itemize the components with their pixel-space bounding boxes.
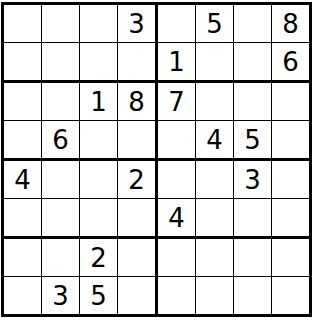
cell-r1c4: 3 — [118, 5, 158, 43]
cell-r5c5[interactable] — [158, 161, 196, 199]
cell-r6c3[interactable] — [80, 199, 118, 239]
cell-r7c8[interactable] — [272, 239, 309, 277]
cell-r4c3[interactable] — [80, 121, 118, 161]
cell-r6c5: 4 — [158, 199, 196, 239]
cell-r3c1[interactable] — [4, 83, 42, 121]
cell-r5c4: 2 — [118, 161, 158, 199]
cell-r1c2[interactable] — [42, 5, 80, 43]
cell-r8c5[interactable] — [158, 277, 196, 314]
cell-r2c1[interactable] — [4, 43, 42, 83]
cell-r6c4[interactable] — [118, 199, 158, 239]
cell-r5c1: 4 — [4, 161, 42, 199]
cell-r6c1[interactable] — [4, 199, 42, 239]
cell-r1c3[interactable] — [80, 5, 118, 43]
cell-r5c3[interactable] — [80, 161, 118, 199]
cell-r4c1[interactable] — [4, 121, 42, 161]
cell-r8c3: 5 — [80, 277, 118, 314]
cell-r1c5[interactable] — [158, 5, 196, 43]
cell-r4c6: 4 — [196, 121, 234, 161]
cell-r8c1[interactable] — [4, 277, 42, 314]
cell-r7c2[interactable] — [42, 239, 80, 277]
cell-r2c2[interactable] — [42, 43, 80, 83]
cell-r4c2: 6 — [42, 121, 80, 161]
sudoku-board: 358161876454234235 — [1, 2, 312, 317]
cell-r3c5: 7 — [158, 83, 196, 121]
cell-r8c8[interactable] — [272, 277, 309, 314]
cell-r6c8[interactable] — [272, 199, 309, 239]
cell-r3c7[interactable] — [234, 83, 272, 121]
cell-r2c5: 1 — [158, 43, 196, 83]
cell-r4c7: 5 — [234, 121, 272, 161]
cell-r3c6[interactable] — [196, 83, 234, 121]
cell-r4c4[interactable] — [118, 121, 158, 161]
cell-r2c4[interactable] — [118, 43, 158, 83]
cell-r3c4: 8 — [118, 83, 158, 121]
cell-r4c5[interactable] — [158, 121, 196, 161]
cell-r1c6: 5 — [196, 5, 234, 43]
cell-r5c6[interactable] — [196, 161, 234, 199]
cell-r6c6[interactable] — [196, 199, 234, 239]
cell-r7c3: 2 — [80, 239, 118, 277]
cell-r8c6[interactable] — [196, 277, 234, 314]
cell-r1c8: 8 — [272, 5, 309, 43]
cell-r8c7[interactable] — [234, 277, 272, 314]
cell-r7c7[interactable] — [234, 239, 272, 277]
cell-r7c1[interactable] — [4, 239, 42, 277]
cell-r3c8[interactable] — [272, 83, 309, 121]
cell-r8c4[interactable] — [118, 277, 158, 314]
cell-r7c5[interactable] — [158, 239, 196, 277]
cell-r8c2: 3 — [42, 277, 80, 314]
cell-r2c7[interactable] — [234, 43, 272, 83]
cell-r3c2[interactable] — [42, 83, 80, 121]
cell-r7c6[interactable] — [196, 239, 234, 277]
cell-r1c1[interactable] — [4, 5, 42, 43]
cell-r5c2[interactable] — [42, 161, 80, 199]
cell-r3c3: 1 — [80, 83, 118, 121]
cell-r5c7: 3 — [234, 161, 272, 199]
cell-r5c8[interactable] — [272, 161, 309, 199]
sudoku-page: 358161876454234235 — [0, 2, 312, 320]
cell-r1c7[interactable] — [234, 5, 272, 43]
cell-r6c7[interactable] — [234, 199, 272, 239]
cell-r2c6[interactable] — [196, 43, 234, 83]
cell-r2c8: 6 — [272, 43, 309, 83]
cell-r4c8[interactable] — [272, 121, 309, 161]
cell-r7c4[interactable] — [118, 239, 158, 277]
cell-r2c3[interactable] — [80, 43, 118, 83]
cell-r6c2[interactable] — [42, 199, 80, 239]
